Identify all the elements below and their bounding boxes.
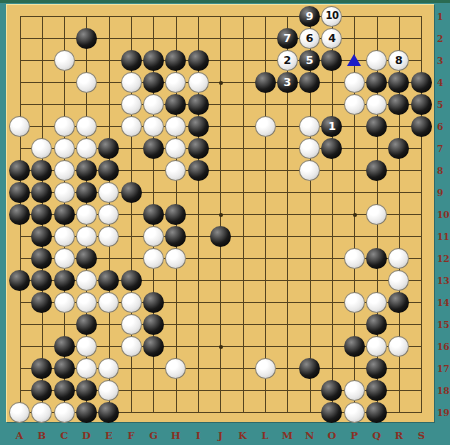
stone-white-E14[interactable] <box>98 292 119 313</box>
stone-black-B9[interactable] <box>31 182 52 203</box>
stone-white-F15[interactable] <box>121 314 142 335</box>
stone-black-E13[interactable] <box>98 270 119 291</box>
stone-white-B7[interactable] <box>31 138 52 159</box>
move-number-label: 3 <box>284 76 292 87</box>
stone-black-G14[interactable] <box>143 292 164 313</box>
stone-white-F4[interactable] <box>121 72 142 93</box>
row-label-6: 6 <box>437 122 450 132</box>
stone-black-C16[interactable] <box>54 336 75 357</box>
star-point <box>219 345 223 349</box>
stone-black-A13[interactable] <box>9 270 30 291</box>
stone-white-Q14[interactable] <box>366 292 387 313</box>
stone-white-N6[interactable] <box>299 116 320 137</box>
stone-white-P18[interactable] <box>344 380 365 401</box>
column-label-G: G <box>146 430 160 441</box>
stone-white-G6[interactable] <box>143 116 164 137</box>
stone-black-D19[interactable] <box>76 402 97 423</box>
stone-black-D15[interactable] <box>76 314 97 335</box>
stone-white-Q10[interactable] <box>366 204 387 225</box>
stone-white-C11[interactable] <box>54 226 75 247</box>
stone-white-G12[interactable] <box>143 248 164 269</box>
stone-black-J11[interactable] <box>210 226 231 247</box>
stone-black-I6[interactable] <box>188 116 209 137</box>
stone-black-A8[interactable] <box>9 160 30 181</box>
stone-black-E19[interactable] <box>98 402 119 423</box>
stone-white-D11[interactable] <box>76 226 97 247</box>
column-label-I: I <box>191 430 205 441</box>
row-label-12: 12 <box>437 254 450 264</box>
stone-black-S5[interactable] <box>411 94 432 115</box>
stone-black-A10[interactable] <box>9 204 30 225</box>
stone-black-D9[interactable] <box>76 182 97 203</box>
stone-white-E17[interactable] <box>98 358 119 379</box>
stone-white-L6[interactable] <box>255 116 276 137</box>
stone-black-F3[interactable] <box>121 50 142 71</box>
stone-black-C13[interactable] <box>54 270 75 291</box>
column-label-B: B <box>35 430 49 441</box>
stone-white-Q16[interactable] <box>366 336 387 357</box>
stone-white-P4[interactable] <box>344 72 365 93</box>
stone-white-P19[interactable] <box>344 402 365 423</box>
stone-white-B19[interactable] <box>31 402 52 423</box>
row-label-16: 16 <box>437 342 450 352</box>
stone-black-G16[interactable] <box>143 336 164 357</box>
stone-black-B17[interactable] <box>31 358 52 379</box>
stone-black-N17[interactable] <box>299 358 320 379</box>
stone-white-D17[interactable] <box>76 358 97 379</box>
stone-white-E10[interactable] <box>98 204 119 225</box>
move-number-label: 7 <box>284 32 292 43</box>
column-label-C: C <box>57 430 71 441</box>
stone-black-B13[interactable] <box>31 270 52 291</box>
stone-black-I5[interactable] <box>188 94 209 115</box>
stone-black-B14[interactable] <box>31 292 52 313</box>
stone-white-F5[interactable] <box>121 94 142 115</box>
stone-white-C7[interactable] <box>54 138 75 159</box>
column-label-A: A <box>13 430 27 441</box>
row-label-14: 14 <box>437 298 450 308</box>
stone-black-M4[interactable]: 3 <box>277 72 298 93</box>
row-label-2: 2 <box>437 34 450 44</box>
stone-black-G4[interactable] <box>143 72 164 93</box>
column-label-D: D <box>79 430 93 441</box>
stone-black-Q17[interactable] <box>366 358 387 379</box>
stone-white-C19[interactable] <box>54 402 75 423</box>
stone-white-D16[interactable] <box>76 336 97 357</box>
stone-black-Q18[interactable] <box>366 380 387 401</box>
column-label-O: O <box>325 430 339 441</box>
stone-black-I8[interactable] <box>188 160 209 181</box>
row-label-4: 4 <box>437 78 450 88</box>
stone-white-D6[interactable] <box>76 116 97 137</box>
stone-white-N8[interactable] <box>299 160 320 181</box>
stone-white-H12[interactable] <box>165 248 186 269</box>
stone-black-G10[interactable] <box>143 204 164 225</box>
move-number-label: 8 <box>395 54 403 65</box>
stone-white-Q5[interactable] <box>366 94 387 115</box>
column-label-P: P <box>347 430 361 441</box>
stone-black-Q4[interactable] <box>366 72 387 93</box>
stone-black-C10[interactable] <box>54 204 75 225</box>
stone-white-F6[interactable] <box>121 116 142 137</box>
stone-black-C17[interactable] <box>54 358 75 379</box>
stone-white-E18[interactable] <box>98 380 119 401</box>
row-label-9: 9 <box>437 188 450 198</box>
column-label-J: J <box>213 430 227 441</box>
stone-white-D10[interactable] <box>76 204 97 225</box>
star-point <box>219 213 223 217</box>
stone-white-M3[interactable]: 2 <box>277 50 298 71</box>
stone-white-D13[interactable] <box>76 270 97 291</box>
column-label-H: H <box>169 430 183 441</box>
row-label-17: 17 <box>437 364 450 374</box>
stone-black-P16[interactable] <box>344 336 365 357</box>
stone-white-C9[interactable] <box>54 182 75 203</box>
column-label-S: S <box>414 430 428 441</box>
row-label-3: 3 <box>437 56 450 66</box>
grid-line-vertical <box>243 16 244 413</box>
stone-white-A19[interactable] <box>9 402 30 423</box>
stone-white-H4[interactable] <box>165 72 186 93</box>
stone-white-C3[interactable] <box>54 50 75 71</box>
stone-white-G5[interactable] <box>143 94 164 115</box>
stone-white-C6[interactable] <box>54 116 75 137</box>
stone-white-E11[interactable] <box>98 226 119 247</box>
column-label-R: R <box>392 430 406 441</box>
stone-black-E7[interactable] <box>98 138 119 159</box>
stone-white-D7[interactable] <box>76 138 97 159</box>
stone-black-B11[interactable] <box>31 226 52 247</box>
row-label-15: 15 <box>437 320 450 330</box>
stone-black-L4[interactable] <box>255 72 276 93</box>
move-number-label: 4 <box>328 32 336 43</box>
move-number-label: 1 <box>328 120 336 131</box>
stone-black-Q6[interactable] <box>366 116 387 137</box>
stone-white-G11[interactable] <box>143 226 164 247</box>
stone-black-G7[interactable] <box>143 138 164 159</box>
column-label-Q: Q <box>370 430 384 441</box>
column-label-N: N <box>303 430 317 441</box>
stone-black-H5[interactable] <box>165 94 186 115</box>
stone-black-M2[interactable]: 7 <box>277 28 298 49</box>
row-label-1: 1 <box>437 12 450 22</box>
stone-black-H3[interactable] <box>165 50 186 71</box>
stone-white-D14[interactable] <box>76 292 97 313</box>
stone-white-P12[interactable] <box>344 248 365 269</box>
stone-white-N2[interactable]: 6 <box>299 28 320 49</box>
stone-black-S4[interactable] <box>411 72 432 93</box>
stone-white-P5[interactable] <box>344 94 365 115</box>
star-point <box>219 81 223 85</box>
column-label-E: E <box>102 430 116 441</box>
stone-white-H6[interactable] <box>165 116 186 137</box>
star-point <box>353 213 357 217</box>
stone-white-H7[interactable] <box>165 138 186 159</box>
stone-black-Q19[interactable] <box>366 402 387 423</box>
column-label-K: K <box>236 430 250 441</box>
row-label-5: 5 <box>437 100 450 110</box>
stone-white-F14[interactable] <box>121 292 142 313</box>
stone-black-N4[interactable] <box>299 72 320 93</box>
row-label-10: 10 <box>437 210 450 220</box>
row-label-8: 8 <box>437 166 450 176</box>
stone-white-I4[interactable] <box>188 72 209 93</box>
stone-black-F9[interactable] <box>121 182 142 203</box>
stone-white-C14[interactable] <box>54 292 75 313</box>
stone-black-B8[interactable] <box>31 160 52 181</box>
move-number-label: 9 <box>306 10 314 21</box>
stone-black-Q12[interactable] <box>366 248 387 269</box>
stone-black-D18[interactable] <box>76 380 97 401</box>
stone-white-H17[interactable] <box>165 358 186 379</box>
stone-black-G3[interactable] <box>143 50 164 71</box>
stone-black-B18[interactable] <box>31 380 52 401</box>
stone-black-B12[interactable] <box>31 248 52 269</box>
column-label-F: F <box>124 430 138 441</box>
stone-black-N1[interactable]: 9 <box>299 6 320 27</box>
stone-black-I3[interactable] <box>188 50 209 71</box>
stone-black-C18[interactable] <box>54 380 75 401</box>
stone-black-G15[interactable] <box>143 314 164 335</box>
stone-white-N7[interactable] <box>299 138 320 159</box>
stone-black-E8[interactable] <box>98 160 119 181</box>
stone-black-A9[interactable] <box>9 182 30 203</box>
stone-white-E9[interactable] <box>98 182 119 203</box>
stone-black-D2[interactable] <box>76 28 97 49</box>
column-label-L: L <box>258 430 272 441</box>
stone-white-C8[interactable] <box>54 160 75 181</box>
triangle-marker-P3[interactable] <box>347 54 361 66</box>
stone-white-F16[interactable] <box>121 336 142 357</box>
stone-black-Q15[interactable] <box>366 314 387 335</box>
grid-line-vertical <box>332 16 333 413</box>
stone-black-S6[interactable] <box>411 116 432 137</box>
stone-black-D8[interactable] <box>76 160 97 181</box>
stone-black-N3[interactable]: 5 <box>299 50 320 71</box>
stone-black-H10[interactable] <box>165 204 186 225</box>
stone-black-Q8[interactable] <box>366 160 387 181</box>
row-label-18: 18 <box>437 386 450 396</box>
move-number-label: 5 <box>306 54 314 65</box>
stone-black-I7[interactable] <box>188 138 209 159</box>
move-number-label: 2 <box>284 54 292 65</box>
stone-white-Q3[interactable] <box>366 50 387 71</box>
stone-white-L17[interactable] <box>255 358 276 379</box>
stone-black-H11[interactable] <box>165 226 186 247</box>
row-label-11: 11 <box>437 232 450 242</box>
stone-white-H8[interactable] <box>165 160 186 181</box>
column-label-M: M <box>280 430 294 441</box>
move-number-label: 6 <box>306 32 314 43</box>
row-label-19: 19 <box>437 408 450 418</box>
move-number-label: 10 <box>326 11 339 21</box>
stone-white-P14[interactable] <box>344 292 365 313</box>
row-label-7: 7 <box>437 144 450 154</box>
go-board-screenshot: 91076425831 ABCDEFGHIJKLMNOPQRS 12345678… <box>0 0 450 445</box>
stone-black-B10[interactable] <box>31 204 52 225</box>
stone-black-D12[interactable] <box>76 248 97 269</box>
stone-black-F13[interactable] <box>121 270 142 291</box>
row-label-13: 13 <box>437 276 450 286</box>
stone-white-D4[interactable] <box>76 72 97 93</box>
stone-white-C12[interactable] <box>54 248 75 269</box>
stone-white-A6[interactable] <box>9 116 30 137</box>
